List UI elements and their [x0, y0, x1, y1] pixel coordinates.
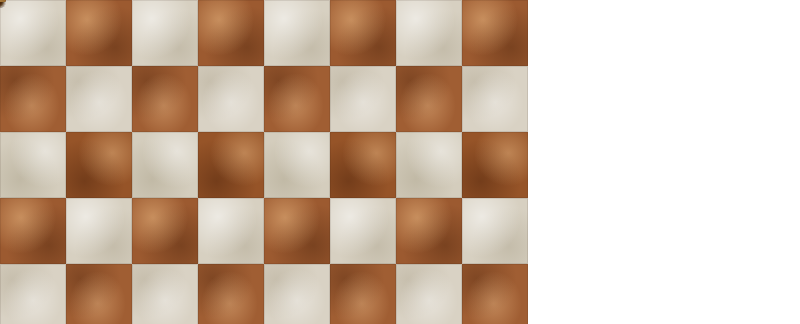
pieces-layer: ♜♞♝♛♚♝♞♜♟♟♟♟♟♟♟♟♟♟♟♟♟♟♟♟♜♞♝♛♚♝♞♜: [0, 0, 800, 324]
piece-white-rook-h1[interactable]: ♜: [0, 0, 7, 4]
chess-photo-scene: ♜♞♝♛♚♝♞♜♟♟♟♟♟♟♟♟♟♟♟♟♟♟♟♟♜♞♝♛♚♝♞♜: [0, 0, 800, 324]
